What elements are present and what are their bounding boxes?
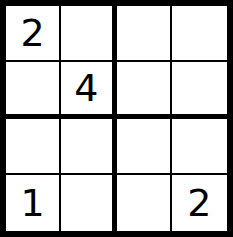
cell-r2c2-given: 4 [61, 62, 116, 118]
cell-r2c4-empty[interactable] [172, 62, 227, 118]
cell-r3c1-empty[interactable] [6, 119, 61, 175]
cell-r1c4-empty[interactable] [172, 6, 227, 62]
cell-r1c2-empty[interactable] [61, 6, 116, 62]
cell-r2c3-empty[interactable] [117, 62, 172, 118]
sudoku-page: 2412 [0, 0, 233, 237]
cell-r4c4-given: 2 [172, 175, 227, 231]
cell-r4c3-empty[interactable] [117, 175, 172, 231]
cell-r4c2-empty[interactable] [61, 175, 116, 231]
cell-r3c3-empty[interactable] [117, 119, 172, 175]
sudoku-board: 2412 [0, 0, 233, 237]
cell-r3c4-empty[interactable] [172, 119, 227, 175]
cell-r1c3-empty[interactable] [117, 6, 172, 62]
cell-r3c2-empty[interactable] [61, 119, 116, 175]
cell-r4c1-given: 1 [6, 175, 61, 231]
cell-r2c1-empty[interactable] [6, 62, 61, 118]
cell-r1c1-given: 2 [6, 6, 61, 62]
